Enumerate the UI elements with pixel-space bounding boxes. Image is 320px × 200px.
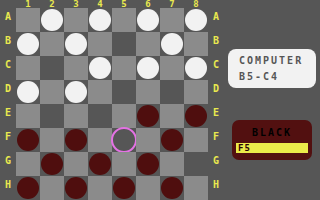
row-label-right-C: C [210,54,222,78]
checkers-board [16,8,208,200]
black-piece-G6[interactable] [137,153,159,175]
white-piece-B3[interactable] [65,33,87,55]
board-square-H4[interactable] [88,176,112,200]
board-square-B7[interactable] [160,32,184,56]
black-piece-H7[interactable] [161,177,183,199]
board-square-H6[interactable] [136,176,160,200]
column-label-5: 5 [112,0,136,8]
board-square-E5[interactable] [112,104,136,128]
board-square-C5[interactable] [112,56,136,80]
board-square-D7[interactable] [160,80,184,104]
black-piece-H5[interactable] [113,177,135,199]
board-square-H1[interactable] [16,176,40,200]
row-label-right-A: A [210,6,222,30]
board-square-D3[interactable] [64,80,88,104]
board-square-A7[interactable] [160,8,184,32]
black-piece-F7[interactable] [161,129,183,151]
board-square-G4[interactable] [88,152,112,176]
row-label-right-G: G [210,150,222,174]
board-square-G8[interactable] [184,152,208,176]
black-piece-G4[interactable] [89,153,111,175]
board-square-A5[interactable] [112,8,136,32]
board-square-E1[interactable] [16,104,40,128]
board-square-B6[interactable] [136,32,160,56]
board-square-H3[interactable] [64,176,88,200]
row-label-right-H: H [210,174,222,198]
board-square-E3[interactable] [64,104,88,128]
row-label-left-A: A [2,6,14,30]
white-piece-D3[interactable] [65,81,87,103]
board-square-G6[interactable] [136,152,160,176]
board-square-C2[interactable] [40,56,64,80]
board-square-B5[interactable] [112,32,136,56]
row-label-left-H: H [2,174,14,198]
board-square-G7[interactable] [160,152,184,176]
black-piece-F3[interactable] [65,129,87,151]
row-label-left-E: E [2,102,14,126]
row-label-left-F: F [2,126,14,150]
column-label-8: 8 [184,0,208,8]
board-square-F4[interactable] [88,128,112,152]
row-label-left-C: C [2,54,14,78]
column-label-6: 6 [136,0,160,8]
white-piece-B7[interactable] [161,33,183,55]
board-square-D1[interactable] [16,80,40,104]
board-square-H7[interactable] [160,176,184,200]
board-square-C7[interactable] [160,56,184,80]
board-square-C8[interactable] [184,56,208,80]
board-square-A3[interactable] [64,8,88,32]
checkers-screen: 12345678AABBCCDDEEFFGGHH COMPUTER B5-C4 … [0,0,320,200]
board-square-B2[interactable] [40,32,64,56]
board-square-E4[interactable] [88,104,112,128]
board-square-C6[interactable] [136,56,160,80]
board-square-F6[interactable] [136,128,160,152]
row-label-right-D: D [210,78,222,102]
white-piece-C6[interactable] [137,57,159,79]
board-square-C1[interactable] [16,56,40,80]
board-square-D6[interactable] [136,80,160,104]
white-piece-D1[interactable] [17,81,39,103]
column-label-1: 1 [16,0,40,8]
black-piece-G2[interactable] [41,153,63,175]
white-piece-B1[interactable] [17,33,39,55]
board-square-F2[interactable] [40,128,64,152]
board-square-B1[interactable] [16,32,40,56]
row-label-left-G: G [2,150,14,174]
column-label-3: 3 [64,0,88,8]
black-piece-E8[interactable] [185,105,207,127]
column-label-7: 7 [160,0,184,8]
board-square-A2[interactable] [40,8,64,32]
cursor-ring [111,127,137,153]
board-square-C3[interactable] [64,56,88,80]
board-square-C4[interactable] [88,56,112,80]
board-square-E7[interactable] [160,104,184,128]
black-panel: BLACK F5 [232,120,312,160]
white-piece-A8[interactable] [185,9,207,31]
black-piece-H1[interactable] [17,177,39,199]
move-input[interactable]: F5 [236,143,308,153]
white-piece-C4[interactable] [89,57,111,79]
row-label-right-F: F [210,126,222,150]
row-label-right-E: E [210,102,222,126]
board-square-A4[interactable] [88,8,112,32]
black-piece-E6[interactable] [137,105,159,127]
board-square-B3[interactable] [64,32,88,56]
board-square-H2[interactable] [40,176,64,200]
column-label-4: 4 [88,0,112,8]
board-square-F8[interactable] [184,128,208,152]
board-square-B4[interactable] [88,32,112,56]
board-square-G5[interactable] [112,152,136,176]
board-square-A1[interactable] [16,8,40,32]
column-label-2: 2 [40,0,64,8]
board-square-E2[interactable] [40,104,64,128]
board-square-E6[interactable] [136,104,160,128]
black-piece-H3[interactable] [65,177,87,199]
white-piece-A4[interactable] [89,9,111,31]
board-square-H8[interactable] [184,176,208,200]
black-title: BLACK [232,127,312,138]
white-piece-C8[interactable] [185,57,207,79]
computer-last-move: B5-C4 [239,71,279,82]
board-square-F7[interactable] [160,128,184,152]
board-square-G2[interactable] [40,152,64,176]
white-piece-A6[interactable] [137,9,159,31]
row-label-right-B: B [210,30,222,54]
board-square-D4[interactable] [88,80,112,104]
board-square-D5[interactable] [112,80,136,104]
board-square-D2[interactable] [40,80,64,104]
board-square-D8[interactable] [184,80,208,104]
board-square-A6[interactable] [136,8,160,32]
computer-panel: COMPUTER B5-C4 [228,49,316,88]
board-square-B8[interactable] [184,32,208,56]
board-square-F3[interactable] [64,128,88,152]
board-square-F5[interactable] [112,128,136,152]
board-square-H5[interactable] [112,176,136,200]
row-label-left-D: D [2,78,14,102]
white-piece-A2[interactable] [41,9,63,31]
board-square-G1[interactable] [16,152,40,176]
black-piece-F1[interactable] [17,129,39,151]
board-square-A8[interactable] [184,8,208,32]
board-square-E8[interactable] [184,104,208,128]
computer-title: COMPUTER [239,55,303,66]
row-label-left-B: B [2,30,14,54]
move-input-value: F5 [236,143,308,153]
board-square-F1[interactable] [16,128,40,152]
board-square-G3[interactable] [64,152,88,176]
